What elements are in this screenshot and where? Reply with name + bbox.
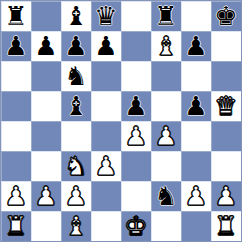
black-rook-a8[interactable]: ♜ — [4, 3, 27, 30]
square-h3[interactable] — [211, 151, 241, 181]
square-c6[interactable]: ♞ — [61, 61, 91, 91]
square-c7[interactable]: ♟ — [61, 31, 91, 61]
square-d4[interactable] — [91, 121, 121, 151]
square-a8[interactable]: ♜ — [1, 1, 31, 31]
square-c4[interactable] — [61, 121, 91, 151]
square-f4[interactable]: ♟ — [151, 121, 181, 151]
black-knight-c6[interactable]: ♞ — [64, 63, 87, 90]
square-f1[interactable] — [151, 211, 181, 241]
square-c8[interactable]: ♝ — [61, 1, 91, 31]
square-g1[interactable] — [181, 211, 211, 241]
black-pawn-a7[interactable]: ♟ — [4, 33, 27, 60]
square-e1[interactable]: ♚ — [121, 211, 151, 241]
square-e8[interactable] — [121, 1, 151, 31]
square-b2[interactable]: ♟ — [31, 181, 61, 211]
square-h1[interactable]: ♜ — [211, 211, 241, 241]
square-g4[interactable] — [181, 121, 211, 151]
black-queen-d8[interactable]: ♛ — [94, 3, 117, 30]
square-a4[interactable] — [1, 121, 31, 151]
square-e5[interactable]: ♟ — [121, 91, 151, 121]
square-a5[interactable] — [1, 91, 31, 121]
square-c5[interactable]: ♝ — [61, 91, 91, 121]
black-bishop-c8[interactable]: ♝ — [64, 3, 87, 30]
square-d1[interactable] — [91, 211, 121, 241]
black-pawn-d7[interactable]: ♟ — [94, 33, 117, 60]
square-e3[interactable] — [121, 151, 151, 181]
square-b4[interactable] — [31, 121, 61, 151]
square-a7[interactable]: ♟ — [1, 31, 31, 61]
square-b1[interactable] — [31, 211, 61, 241]
square-h8[interactable]: ♚ — [211, 1, 241, 31]
square-d2[interactable] — [91, 181, 121, 211]
white-bishop-f7[interactable]: ♝ — [154, 33, 177, 60]
square-h5[interactable]: ♛ — [211, 91, 241, 121]
square-h6[interactable] — [211, 61, 241, 91]
white-queen-h5[interactable]: ♛ — [214, 93, 237, 120]
square-h2[interactable]: ♟ — [211, 181, 241, 211]
square-g5[interactable]: ♟ — [181, 91, 211, 121]
white-king-e1[interactable]: ♚ — [124, 213, 147, 240]
square-h4[interactable] — [211, 121, 241, 151]
square-g8[interactable] — [181, 1, 211, 31]
black-pawn-c7[interactable]: ♟ — [64, 33, 87, 60]
black-pawn-e5[interactable]: ♟ — [124, 93, 147, 120]
square-d5[interactable] — [91, 91, 121, 121]
black-bishop-c5[interactable]: ♝ — [64, 93, 87, 120]
square-h7[interactable] — [211, 31, 241, 61]
chess-board: ♜♝♛♜♚♟♟♟♟♝♟♞♝♟♟♛♟♟♞♟♟♟♟♞♟♟♜♝♚♜ — [0, 0, 242, 242]
square-c3[interactable]: ♞ — [61, 151, 91, 181]
square-a6[interactable] — [1, 61, 31, 91]
white-rook-a1[interactable]: ♜ — [4, 213, 27, 240]
square-e4[interactable]: ♟ — [121, 121, 151, 151]
square-g3[interactable] — [181, 151, 211, 181]
white-pawn-e4[interactable]: ♟ — [124, 123, 147, 150]
square-a3[interactable] — [1, 151, 31, 181]
white-pawn-c2[interactable]: ♟ — [64, 183, 87, 210]
square-f3[interactable] — [151, 151, 181, 181]
square-d6[interactable] — [91, 61, 121, 91]
black-pawn-b7[interactable]: ♟ — [34, 33, 57, 60]
white-rook-h1[interactable]: ♜ — [214, 213, 237, 240]
white-knight-c3[interactable]: ♞ — [64, 153, 87, 180]
square-d7[interactable]: ♟ — [91, 31, 121, 61]
square-c1[interactable]: ♝ — [61, 211, 91, 241]
white-bishop-c1[interactable]: ♝ — [64, 213, 87, 240]
square-c2[interactable]: ♟ — [61, 181, 91, 211]
square-b6[interactable] — [31, 61, 61, 91]
black-king-h8[interactable]: ♚ — [214, 3, 237, 30]
square-e2[interactable] — [121, 181, 151, 211]
square-f2[interactable]: ♞ — [151, 181, 181, 211]
square-a1[interactable]: ♜ — [1, 211, 31, 241]
white-pawn-d3[interactable]: ♟ — [94, 153, 117, 180]
square-g2[interactable]: ♟ — [181, 181, 211, 211]
white-pawn-a2[interactable]: ♟ — [4, 183, 27, 210]
square-f6[interactable] — [151, 61, 181, 91]
black-pawn-g5[interactable]: ♟ — [184, 93, 207, 120]
square-e6[interactable] — [121, 61, 151, 91]
square-f8[interactable]: ♜ — [151, 1, 181, 31]
white-pawn-f4[interactable]: ♟ — [154, 123, 177, 150]
square-g6[interactable] — [181, 61, 211, 91]
square-e7[interactable] — [121, 31, 151, 61]
white-pawn-h2[interactable]: ♟ — [214, 183, 237, 210]
square-b7[interactable]: ♟ — [31, 31, 61, 61]
square-b3[interactable] — [31, 151, 61, 181]
square-a2[interactable]: ♟ — [1, 181, 31, 211]
square-b8[interactable] — [31, 1, 61, 31]
black-pawn-g7[interactable]: ♟ — [184, 33, 207, 60]
black-rook-f8[interactable]: ♜ — [154, 3, 177, 30]
square-f7[interactable]: ♝ — [151, 31, 181, 61]
square-d3[interactable]: ♟ — [91, 151, 121, 181]
white-pawn-b2[interactable]: ♟ — [34, 183, 57, 210]
white-pawn-g2[interactable]: ♟ — [184, 183, 207, 210]
square-g7[interactable]: ♟ — [181, 31, 211, 61]
square-d8[interactable]: ♛ — [91, 1, 121, 31]
black-knight-f2[interactable]: ♞ — [154, 183, 177, 210]
square-b5[interactable] — [31, 91, 61, 121]
square-f5[interactable] — [151, 91, 181, 121]
